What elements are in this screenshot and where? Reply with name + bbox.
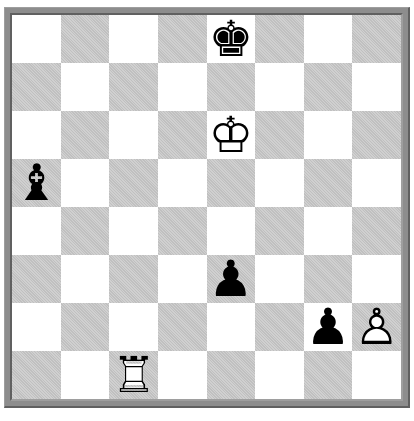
square-c5[interactable]	[109, 159, 158, 207]
white-rook[interactable]: ♖	[109, 351, 158, 399]
square-h7[interactable]	[352, 63, 401, 111]
square-a4[interactable]	[12, 207, 61, 255]
square-d5[interactable]	[158, 159, 207, 207]
square-f2[interactable]	[255, 303, 304, 351]
square-f8[interactable]	[255, 15, 304, 63]
square-b6[interactable]	[61, 111, 110, 159]
square-h6[interactable]	[352, 111, 401, 159]
square-g3[interactable]	[304, 255, 353, 303]
square-a5[interactable]: ♝	[12, 159, 61, 207]
square-b8[interactable]	[61, 15, 110, 63]
square-b1[interactable]	[61, 351, 110, 399]
square-g2[interactable]: ♟	[304, 303, 353, 351]
board-frame: ♚♚♔♝♟♟♟♙♜♖	[4, 7, 410, 408]
square-c2[interactable]	[109, 303, 158, 351]
square-f5[interactable]	[255, 159, 304, 207]
square-h3[interactable]	[352, 255, 401, 303]
square-d6[interactable]	[158, 111, 207, 159]
square-d7[interactable]	[158, 63, 207, 111]
white-pawn[interactable]: ♙	[352, 303, 401, 351]
square-h1[interactable]	[352, 351, 401, 399]
square-d8[interactable]	[158, 15, 207, 63]
square-f7[interactable]	[255, 63, 304, 111]
square-f1[interactable]	[255, 351, 304, 399]
square-e2[interactable]	[207, 303, 256, 351]
square-c3[interactable]	[109, 255, 158, 303]
square-c6[interactable]	[109, 111, 158, 159]
square-a1[interactable]	[12, 351, 61, 399]
square-d2[interactable]	[158, 303, 207, 351]
square-a6[interactable]	[12, 111, 61, 159]
square-h5[interactable]	[352, 159, 401, 207]
square-h2[interactable]: ♟♙	[352, 303, 401, 351]
square-a3[interactable]	[12, 255, 61, 303]
white-pawn-fill: ♟	[352, 303, 401, 351]
square-c7[interactable]	[109, 63, 158, 111]
square-e8[interactable]: ♚	[207, 15, 256, 63]
square-e5[interactable]	[207, 159, 256, 207]
square-b3[interactable]	[61, 255, 110, 303]
square-d3[interactable]	[158, 255, 207, 303]
square-a7[interactable]	[12, 63, 61, 111]
white-rook-fill: ♜	[109, 351, 158, 399]
square-g6[interactable]	[304, 111, 353, 159]
black-king[interactable]: ♚	[207, 15, 256, 63]
square-g4[interactable]	[304, 207, 353, 255]
square-f6[interactable]	[255, 111, 304, 159]
square-c8[interactable]	[109, 15, 158, 63]
square-c4[interactable]	[109, 207, 158, 255]
white-king[interactable]: ♔	[207, 111, 256, 159]
chess-diagram: ♚♚♔♝♟♟♟♙♜♖	[0, 0, 414, 421]
square-g5[interactable]	[304, 159, 353, 207]
square-b7[interactable]	[61, 63, 110, 111]
square-c1[interactable]: ♜♖	[109, 351, 158, 399]
chess-board: ♚♚♔♝♟♟♟♙♜♖	[10, 13, 403, 401]
square-f3[interactable]	[255, 255, 304, 303]
square-b2[interactable]	[61, 303, 110, 351]
square-g7[interactable]	[304, 63, 353, 111]
black-pawn[interactable]: ♟	[304, 303, 353, 351]
square-d1[interactable]	[158, 351, 207, 399]
square-b4[interactable]	[61, 207, 110, 255]
square-d4[interactable]	[158, 207, 207, 255]
square-e4[interactable]	[207, 207, 256, 255]
square-e6[interactable]: ♚♔	[207, 111, 256, 159]
square-h4[interactable]	[352, 207, 401, 255]
square-h8[interactable]	[352, 15, 401, 63]
square-e1[interactable]	[207, 351, 256, 399]
square-f4[interactable]	[255, 207, 304, 255]
square-a8[interactable]	[12, 15, 61, 63]
black-pawn[interactable]: ♟	[207, 255, 256, 303]
white-king-fill: ♚	[207, 111, 256, 159]
square-g8[interactable]	[304, 15, 353, 63]
black-bishop[interactable]: ♝	[12, 159, 61, 207]
square-a2[interactable]	[12, 303, 61, 351]
square-b5[interactable]	[61, 159, 110, 207]
square-e3[interactable]: ♟	[207, 255, 256, 303]
square-e7[interactable]	[207, 63, 256, 111]
square-g1[interactable]	[304, 351, 353, 399]
